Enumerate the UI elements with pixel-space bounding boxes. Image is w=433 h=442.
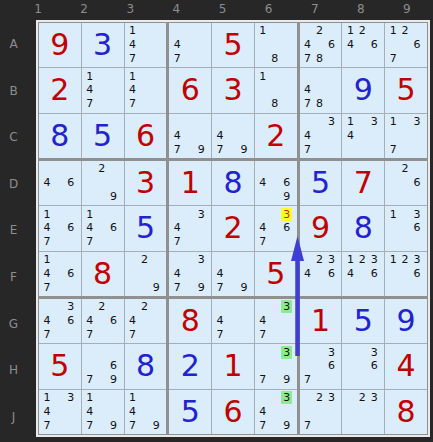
candidate-slot-9 (326, 280, 338, 294)
candidate-slot-1 (257, 300, 269, 314)
candidate-slot-2 (53, 207, 65, 221)
candidate-slot-9: 9 (281, 418, 293, 432)
cell-E5[interactable]: 2 (212, 206, 254, 250)
cell-value: 5 (169, 390, 211, 434)
candidate-slot-4: 4 (127, 314, 139, 328)
candidate-digit: 3 (281, 208, 292, 221)
cell-D5[interactable]: 8 (212, 161, 254, 205)
candidate-slot-8 (269, 328, 281, 342)
candidate-slot-5 (183, 221, 195, 235)
candidate-digit: 7 (127, 97, 138, 110)
cell-B3[interactable]: 147 (125, 68, 167, 112)
cell-B5[interactable]: 3 (212, 68, 254, 112)
candidate-digit: 2 (139, 253, 150, 266)
candidate-slot-7: 7 (302, 52, 314, 66)
cell-value: 3 (125, 161, 167, 205)
candidate-slot-1 (257, 391, 269, 405)
candidate-slot-3 (281, 69, 293, 83)
candidate-digit: 4 (257, 221, 268, 234)
candidate-digit: 4 (345, 267, 356, 280)
cell-J8[interactable]: 23 (342, 390, 384, 434)
cell-C7[interactable]: 347 (300, 114, 342, 158)
candidate-slot-4: 4 (171, 266, 183, 280)
cell-E6[interactable]: 3467 (255, 206, 297, 250)
candidate-digit: 7 (41, 235, 52, 248)
cell-value: 8 (125, 344, 167, 388)
candidate-slot-2 (399, 115, 411, 129)
candidate-slot-1: 1 (84, 69, 96, 83)
candidate-digit: 6 (369, 359, 380, 372)
candidate-grid: 3467 (41, 300, 77, 341)
candidate-slot-7 (344, 373, 356, 387)
candidate-slot-8 (226, 328, 238, 342)
candidate-slot-8 (183, 235, 195, 249)
cell-D2[interactable]: 29 (82, 161, 124, 205)
candidate-slot-7: 7 (127, 328, 139, 342)
cell-F8[interactable]: 12346 (342, 252, 384, 296)
candidate-digit: 1 (345, 253, 356, 266)
cell-G7[interactable]: 1 (300, 299, 342, 343)
candidate-slot-6 (108, 404, 120, 418)
cell-H1[interactable]: 5 (39, 344, 81, 388)
cell-H7[interactable]: 367 (300, 344, 342, 388)
candidate-slot-7: 7 (257, 328, 269, 342)
candidate-slot-5 (53, 314, 65, 328)
candidate-slot-2 (96, 69, 108, 83)
candidate-slot-7: 7 (84, 235, 96, 249)
board-block: 5726981362346123461236 (300, 161, 427, 296)
candidate-digit: 7 (257, 235, 268, 248)
candidate-slot-4 (257, 38, 269, 52)
candidate-digit: 7 (257, 328, 268, 341)
cell-C3[interactable]: 6 (125, 114, 167, 158)
candidate-digit: 7 (388, 143, 399, 156)
cell-D7[interactable]: 5 (300, 161, 342, 205)
candidate-grid: 29 (84, 162, 120, 203)
candidate-slot-9 (326, 373, 338, 387)
cell-J6[interactable]: 3479 (255, 390, 297, 434)
candidate-digit: 2 (357, 253, 368, 266)
cell-B1[interactable]: 2 (39, 68, 81, 112)
candidate-digit: 8 (314, 97, 325, 110)
cell-A6[interactable]: 18 (255, 23, 297, 67)
candidate-digit: 1 (84, 208, 95, 221)
cell-C4[interactable]: 479 (169, 114, 211, 158)
cell-C2[interactable]: 5 (82, 114, 124, 158)
candidate-slot-6 (65, 404, 77, 418)
cell-G9[interactable]: 9 (385, 299, 427, 343)
cell-J7[interactable]: 237 (300, 390, 342, 434)
cell-H8[interactable]: 36 (342, 344, 384, 388)
cell-B9[interactable]: 5 (385, 68, 427, 112)
candidate-digit: 7 (172, 52, 183, 65)
cell-G8[interactable]: 5 (342, 299, 384, 343)
candidate-slot-7: 7 (214, 280, 226, 294)
candidate-slot-5 (53, 221, 65, 235)
candidate-digit: 7 (84, 235, 95, 248)
cell-J9[interactable]: 8 (385, 390, 427, 434)
candidate-slot-5 (53, 266, 65, 280)
cell-H3[interactable]: 8 (125, 344, 167, 388)
candidate-slot-2: 2 (356, 24, 368, 38)
cell-value: 5 (39, 344, 81, 388)
cell-J3[interactable]: 1479 (125, 390, 167, 434)
candidate-slot-2 (183, 115, 195, 129)
candidate-slot-6: 6 (281, 176, 293, 190)
candidate-slot-3 (195, 24, 207, 38)
candidate-slot-7: 7 (302, 97, 314, 111)
candidate-grid: 137 (387, 115, 423, 156)
cell-B2[interactable]: 147 (82, 68, 124, 112)
candidate-slot-9 (368, 418, 380, 432)
cell-A2[interactable]: 3 (82, 23, 124, 67)
column-label: 7 (292, 1, 338, 17)
candidate-digit: 4 (302, 129, 313, 142)
cell-F7[interactable]: 2346 (300, 252, 342, 296)
cell-B8[interactable]: 9 (342, 68, 384, 112)
candidate-slot-9 (65, 280, 77, 294)
cell-C8[interactable]: 134 (342, 114, 384, 158)
candidate-digit: 4 (302, 267, 313, 280)
candidate-slot-6 (238, 266, 250, 280)
candidate-slot-2 (269, 24, 281, 38)
candidate-slot-9 (368, 280, 380, 294)
candidate-digit: 2 (314, 253, 325, 266)
candidate-slot-3 (238, 253, 250, 267)
candidate-slot-5 (96, 221, 108, 235)
candidate-grid: 479 (214, 253, 250, 294)
candidate-slot-5 (314, 83, 326, 97)
candidate-slot-7 (344, 52, 356, 66)
candidate-slot-9 (108, 97, 120, 111)
cell-A3[interactable]: 147 (125, 23, 167, 67)
cell-A7[interactable]: 24678 (300, 23, 342, 67)
candidate-slot-4: 4 (127, 404, 139, 418)
column-label: 5 (199, 1, 245, 17)
candidate-slot-2: 2 (138, 300, 150, 314)
candidate-digit: 6 (412, 176, 423, 189)
candidate-slot-4: 4 (84, 221, 96, 235)
candidate-digit: 2 (314, 24, 325, 37)
candidate-slot-6 (150, 83, 162, 97)
candidate-slot-4 (387, 221, 399, 235)
candidate-slot-7: 7 (257, 418, 269, 432)
candidate-slot-6 (195, 128, 207, 142)
candidate-slot-3 (150, 24, 162, 38)
candidate-slot-8 (269, 190, 281, 204)
candidate-slot-6: 6 (65, 176, 77, 190)
candidate-slot-1: 1 (127, 24, 139, 38)
row-label: A (0, 21, 27, 68)
cell-D6[interactable]: 469 (255, 161, 297, 205)
cell-A4[interactable]: 47 (169, 23, 211, 67)
candidate-slot-4: 4 (84, 314, 96, 328)
candidate-digit: 4 (257, 405, 268, 418)
candidate-slot-6 (238, 128, 250, 142)
candidate-digit: 7 (127, 419, 138, 432)
candidate-digit: 4 (257, 176, 268, 189)
candidate-slot-4 (302, 359, 314, 373)
candidate-slot-6: 6 (326, 38, 338, 52)
cell-F5[interactable]: 479 (212, 252, 254, 296)
candidate-slot-1 (171, 253, 183, 267)
candidate-digit: 1 (127, 70, 138, 83)
cell-G5[interactable]: 47 (212, 299, 254, 343)
cell-A8[interactable]: 1246 (342, 23, 384, 67)
candidate-grid: 1347 (41, 391, 77, 432)
candidate-digit: 9 (281, 190, 292, 203)
candidate-slot-4: 4 (302, 38, 314, 52)
cell-H6[interactable]: 379 (255, 344, 297, 388)
cell-B6[interactable]: 18 (255, 68, 297, 112)
candidate-slot-6: 6 (411, 176, 423, 190)
candidate-slot-3: 3 (368, 391, 380, 405)
candidate-digit: 6 (281, 221, 292, 234)
candidate-grid: 2467 (84, 300, 120, 341)
cell-D4[interactable]: 1 (169, 161, 211, 205)
cell-B7[interactable]: 478 (300, 68, 342, 112)
candidate-slot-1 (171, 207, 183, 221)
cell-J5[interactable]: 6 (212, 390, 254, 434)
candidate-slot-1 (84, 300, 96, 314)
candidate-slot-1: 1 (257, 24, 269, 38)
candidate-slot-9 (281, 52, 293, 66)
cell-E3[interactable]: 5 (125, 206, 167, 250)
candidate-slot-8 (53, 235, 65, 249)
cell-B4[interactable]: 6 (169, 68, 211, 112)
candidate-digit: 2 (314, 391, 325, 404)
candidate-slot-5 (226, 266, 238, 280)
candidate-digit: 7 (388, 52, 399, 65)
candidate-slot-6 (195, 221, 207, 235)
column-label: 6 (246, 1, 292, 17)
cell-E1[interactable]: 1467 (39, 206, 81, 250)
candidate-digit: 7 (41, 419, 52, 432)
candidate-digit: 7 (84, 97, 95, 110)
candidate-slot-3 (65, 162, 77, 176)
board-block: 84734721379563479 (169, 299, 296, 434)
candidate-slot-1: 1 (344, 24, 356, 38)
candidate-slot-3 (326, 69, 338, 83)
candidate-slot-1 (127, 300, 139, 314)
candidate-grid: 18 (257, 69, 293, 110)
row-label: J (0, 393, 27, 440)
candidate-slot-2 (138, 24, 150, 38)
cell-C9[interactable]: 137 (385, 114, 427, 158)
candidate-slot-2: 2 (399, 162, 411, 176)
candidate-slot-6: 6 (65, 314, 77, 328)
cell-F4[interactable]: 3479 (169, 252, 211, 296)
cell-H9[interactable]: 4 (385, 344, 427, 388)
cell-value: 2 (212, 206, 254, 250)
candidate-slot-6: 6 (281, 221, 293, 235)
candidate-grid: 147 (127, 69, 163, 110)
candidate-slot-5 (183, 38, 195, 52)
cell-D1[interactable]: 46 (39, 161, 81, 205)
candidate-digit: 3 (326, 391, 337, 404)
candidate-slot-2 (53, 391, 65, 405)
candidate-slot-8 (399, 190, 411, 204)
board-block: 462931467146751467829 (39, 161, 166, 296)
cell-G1[interactable]: 3467 (39, 299, 81, 343)
candidate-slot-3 (281, 162, 293, 176)
candidate-digit: 4 (41, 314, 52, 327)
candidate-slot-4: 4 (302, 128, 314, 142)
cell-G2[interactable]: 2467 (82, 299, 124, 343)
candidate-slot-5 (96, 314, 108, 328)
cell-E4[interactable]: 347 (169, 206, 211, 250)
sudoku-app: 123456789 ABCDEFGHJ 93147214714785647518… (0, 0, 433, 442)
cell-F3[interactable]: 29 (125, 252, 167, 296)
candidate-digit: 7 (257, 373, 268, 386)
cell-F1[interactable]: 1467 (39, 252, 81, 296)
candidate-digit: 2 (96, 162, 107, 175)
cell-C6[interactable]: 2 (255, 114, 297, 158)
candidate-slot-6 (281, 404, 293, 418)
candidate-slot-8 (314, 418, 326, 432)
cell-value: 5 (212, 23, 254, 67)
candidate-slot-2 (356, 345, 368, 359)
candidate-slot-9 (65, 190, 77, 204)
candidate-digit: 8 (314, 52, 325, 65)
cell-A5[interactable]: 5 (212, 23, 254, 67)
candidate-slot-8 (356, 142, 368, 156)
candidate-digit: 9 (238, 143, 249, 156)
cell-J4[interactable]: 5 (169, 390, 211, 434)
candidate-slot-9: 9 (238, 142, 250, 156)
candidate-slot-9: 9 (281, 373, 293, 387)
candidate-slot-5 (314, 404, 326, 418)
candidate-digit: 7 (257, 419, 268, 432)
candidate-slot-3: 3 (195, 253, 207, 267)
cell-D9[interactable]: 26 (385, 161, 427, 205)
row-label: D (0, 161, 27, 208)
candidate-digit: 7 (302, 419, 313, 432)
candidate-slot-7: 7 (171, 235, 183, 249)
candidate-slot-5 (399, 128, 411, 142)
candidate-slot-7: 7 (257, 235, 269, 249)
candidate-slot-3: 3 (281, 345, 293, 359)
cell-value: 8 (212, 161, 254, 205)
candidate-slot-5 (96, 359, 108, 373)
cell-E2[interactable]: 1467 (82, 206, 124, 250)
candidate-digit: 6 (65, 314, 76, 327)
candidate-slot-9 (411, 190, 423, 204)
row-label: F (0, 254, 27, 301)
candidate-slot-4 (387, 266, 399, 280)
candidate-slot-1 (302, 24, 314, 38)
cell-H5[interactable]: 1 (212, 344, 254, 388)
candidate-digit: 9 (281, 419, 292, 432)
candidate-slot-6: 6 (65, 221, 77, 235)
candidate-slot-5 (314, 128, 326, 142)
cell-F6[interactable]: 5 (255, 252, 297, 296)
candidate-slot-5 (314, 38, 326, 52)
candidate-slot-8 (356, 418, 368, 432)
candidate-slot-5 (269, 221, 281, 235)
cell-J1[interactable]: 1347 (39, 390, 81, 434)
candidate-slot-3 (411, 162, 423, 176)
candidate-digit: 4 (41, 221, 52, 234)
candidate-slot-2: 2 (96, 300, 108, 314)
candidate-grid: 469 (257, 162, 293, 203)
candidate-digit: 6 (326, 267, 337, 280)
candidate-slot-2 (269, 207, 281, 221)
candidate-digit: 6 (65, 267, 76, 280)
cell-A9[interactable]: 1267 (385, 23, 427, 67)
candidate-slot-5 (183, 128, 195, 142)
candidate-slot-9 (281, 97, 293, 111)
cell-D3[interactable]: 3 (125, 161, 167, 205)
cell-G4[interactable]: 8 (169, 299, 211, 343)
candidate-slot-6 (238, 314, 250, 328)
candidate-slot-4 (84, 176, 96, 190)
candidate-slot-1: 1 (84, 207, 96, 221)
candidate-slot-3 (368, 24, 380, 38)
cell-E8[interactable]: 8 (342, 206, 384, 250)
candidate-grid: 147 (127, 24, 163, 65)
candidate-digit: 8 (269, 52, 280, 65)
candidate-grid: 47 (171, 24, 207, 65)
cell-D8[interactable]: 7 (342, 161, 384, 205)
candidate-slot-2 (183, 24, 195, 38)
candidate-slot-2 (314, 115, 326, 129)
cell-H2[interactable]: 679 (82, 344, 124, 388)
candidate-slot-9 (150, 52, 162, 66)
candidate-slot-5 (269, 38, 281, 52)
candidate-slot-1: 1 (127, 391, 139, 405)
candidate-slot-7: 7 (127, 52, 139, 66)
candidate-slot-8 (96, 328, 108, 342)
candidate-slot-4: 4 (171, 221, 183, 235)
candidate-slot-1: 1 (387, 207, 399, 221)
candidate-digit: 3 (326, 346, 337, 359)
candidate-slot-9: 9 (195, 280, 207, 294)
cell-E9[interactable]: 136 (385, 206, 427, 250)
candidate-slot-8 (96, 418, 108, 432)
candidate-grid: 26 (387, 162, 423, 203)
cell-E7[interactable]: 9 (300, 206, 342, 250)
candidate-slot-7: 7 (171, 52, 183, 66)
cell-value: 6 (212, 390, 254, 434)
cell-F2[interactable]: 8 (82, 252, 124, 296)
cell-H4[interactable]: 2 (169, 344, 211, 388)
candidate-slot-5 (53, 176, 65, 190)
cell-J2[interactable]: 1479 (82, 390, 124, 434)
cell-value: 9 (342, 68, 384, 112)
candidate-digit: 7 (215, 143, 226, 156)
candidate-grid: 367 (302, 345, 338, 386)
cell-G3[interactable]: 247 (125, 299, 167, 343)
candidate-slot-7: 7 (214, 328, 226, 342)
candidate-slot-1: 1 (41, 207, 53, 221)
candidate-digit: 1 (41, 391, 52, 404)
candidate-slot-2 (96, 345, 108, 359)
cell-F9[interactable]: 1236 (385, 252, 427, 296)
candidate-slot-4 (344, 404, 356, 418)
cell-G6[interactable]: 347 (255, 299, 297, 343)
cell-A1[interactable]: 9 (39, 23, 81, 67)
candidate-digit: 6 (369, 267, 380, 280)
candidate-slot-5 (356, 359, 368, 373)
candidate-slot-7 (387, 190, 399, 204)
candidate-grid: 3479 (257, 391, 293, 432)
candidate-slot-6 (150, 38, 162, 52)
board-block: 3467246724756798134714791479 (39, 299, 166, 434)
cell-C1[interactable]: 8 (39, 114, 81, 158)
cell-C5[interactable]: 479 (212, 114, 254, 158)
candidate-slot-7 (257, 97, 269, 111)
